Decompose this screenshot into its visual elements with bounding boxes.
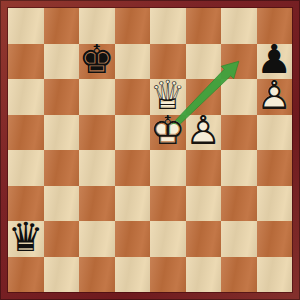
square-f8[interactable] xyxy=(186,8,222,44)
square-d1[interactable] xyxy=(115,257,151,293)
square-e2[interactable] xyxy=(150,221,186,257)
square-b4[interactable] xyxy=(44,150,80,186)
square-g6[interactable] xyxy=(221,79,257,115)
square-d8[interactable] xyxy=(115,8,151,44)
black-king-glyph: ♚ xyxy=(79,40,115,80)
square-b1[interactable] xyxy=(44,257,80,293)
white-pawn-glyph: ♙ xyxy=(256,75,292,115)
square-e3[interactable] xyxy=(150,186,186,222)
square-h5[interactable] xyxy=(257,115,293,151)
square-d4[interactable] xyxy=(115,150,151,186)
square-d5[interactable] xyxy=(115,115,151,151)
square-g1[interactable] xyxy=(221,257,257,293)
square-a4[interactable] xyxy=(8,150,44,186)
white-pawn[interactable]: ♟♙ xyxy=(257,79,293,115)
square-b7[interactable] xyxy=(44,44,80,80)
white-king[interactable]: ♚♔ xyxy=(150,115,186,151)
square-e4[interactable] xyxy=(150,150,186,186)
square-h4[interactable] xyxy=(257,150,293,186)
square-f2[interactable] xyxy=(186,221,222,257)
black-king[interactable]: ♚ xyxy=(79,44,115,80)
square-a5[interactable] xyxy=(8,115,44,151)
square-c6[interactable] xyxy=(79,79,115,115)
square-c1[interactable] xyxy=(79,257,115,293)
square-c3[interactable] xyxy=(79,186,115,222)
square-g4[interactable] xyxy=(221,150,257,186)
square-c5[interactable] xyxy=(79,115,115,151)
square-g3[interactable] xyxy=(221,186,257,222)
white-pawn[interactable]: ♟♙ xyxy=(186,115,222,151)
square-a7[interactable] xyxy=(8,44,44,80)
square-a1[interactable] xyxy=(8,257,44,293)
square-e8[interactable] xyxy=(150,8,186,44)
square-a8[interactable] xyxy=(8,8,44,44)
square-d6[interactable] xyxy=(115,79,151,115)
square-f7[interactable] xyxy=(186,44,222,80)
square-b8[interactable] xyxy=(44,8,80,44)
white-king-glyph: ♔ xyxy=(150,111,186,151)
square-a6[interactable] xyxy=(8,79,44,115)
square-g7[interactable] xyxy=(221,44,257,80)
square-g5[interactable] xyxy=(221,115,257,151)
square-b2[interactable] xyxy=(44,221,80,257)
square-d2[interactable] xyxy=(115,221,151,257)
square-d3[interactable] xyxy=(115,186,151,222)
square-b3[interactable] xyxy=(44,186,80,222)
square-c2[interactable] xyxy=(79,221,115,257)
square-b6[interactable] xyxy=(44,79,80,115)
square-e1[interactable] xyxy=(150,257,186,293)
square-c4[interactable] xyxy=(79,150,115,186)
square-g8[interactable] xyxy=(221,8,257,44)
square-f3[interactable] xyxy=(186,186,222,222)
black-queen-glyph: ♛ xyxy=(8,217,44,257)
square-h3[interactable] xyxy=(257,186,293,222)
square-h2[interactable] xyxy=(257,221,293,257)
square-f4[interactable] xyxy=(186,150,222,186)
square-d7[interactable] xyxy=(115,44,151,80)
white-pawn-glyph: ♙ xyxy=(185,111,221,151)
square-h1[interactable] xyxy=(257,257,293,293)
square-g2[interactable] xyxy=(221,221,257,257)
square-b5[interactable] xyxy=(44,115,80,151)
square-f1[interactable] xyxy=(186,257,222,293)
chess-board-frame: ♚♟♛♛♕♚♔♟♙♟♙ xyxy=(0,0,300,300)
black-queen[interactable]: ♛ xyxy=(8,221,44,257)
